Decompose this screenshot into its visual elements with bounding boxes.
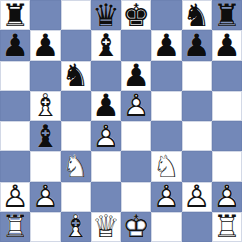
square-g2[interactable]: ♟♙ (182, 182, 212, 212)
piece-white-pawn: ♟♙ (212, 182, 242, 212)
piece-black-pawn: ♟ (151, 30, 181, 60)
black-knight-icon: ♞ (182, 0, 212, 30)
white-queen-icon: ♛ (91, 212, 121, 242)
square-a4[interactable] (0, 121, 30, 151)
square-a1[interactable]: ♜♖ (0, 212, 30, 242)
piece-white-pawn: ♟♙ (91, 121, 121, 151)
piece-black-rook: ♜ (0, 0, 30, 30)
white-knight-outline-icon: ♘ (61, 151, 91, 181)
square-a6[interactable] (0, 61, 30, 91)
piece-white-king: ♚♔ (121, 212, 151, 242)
square-d6[interactable] (91, 61, 121, 91)
square-h1[interactable]: ♜♖ (212, 212, 242, 242)
black-pawn-icon: ♟ (121, 61, 151, 91)
square-a7[interactable]: ♟ (0, 30, 30, 60)
square-c7[interactable] (61, 30, 91, 60)
white-rook-outline-icon: ♖ (0, 212, 30, 242)
black-pawn-icon: ♟ (30, 30, 60, 60)
white-pawn-icon: ♟ (212, 182, 242, 212)
square-g6[interactable] (182, 61, 212, 91)
white-king-icon: ♚ (121, 212, 151, 242)
square-b2[interactable]: ♟♙ (30, 182, 60, 212)
piece-white-bishop: ♝♗ (61, 212, 91, 242)
square-b7[interactable]: ♟ (30, 30, 60, 60)
black-pawn-icon: ♟ (182, 30, 212, 60)
piece-black-rook: ♜ (212, 0, 242, 30)
piece-white-pawn: ♟♙ (30, 182, 60, 212)
square-d7[interactable]: ♝ (91, 30, 121, 60)
piece-black-king: ♚ (121, 0, 151, 30)
square-b8[interactable] (30, 0, 60, 30)
chess-board: ♜♛♚♞♜♟♟♝♟♟♟♞♟♝♗♟♟♙♝♟♙♞♘♞♘♟♙♟♙♟♙♟♙♟♙♜♖♝♗♛… (0, 0, 242, 242)
black-pawn-icon: ♟ (91, 91, 121, 121)
white-bishop-outline-icon: ♗ (61, 212, 91, 242)
black-rook-icon: ♜ (0, 0, 30, 30)
piece-black-bishop: ♝ (91, 30, 121, 60)
square-h7[interactable]: ♟ (212, 30, 242, 60)
white-pawn-outline-icon: ♙ (30, 182, 60, 212)
square-g8[interactable]: ♞ (182, 0, 212, 30)
square-e3[interactable] (121, 151, 151, 181)
square-c5[interactable] (61, 91, 91, 121)
piece-black-pawn: ♟ (0, 30, 30, 60)
square-f3[interactable]: ♞♘ (151, 151, 181, 181)
piece-black-pawn: ♟ (30, 30, 60, 60)
square-f4[interactable] (151, 121, 181, 151)
piece-black-pawn: ♟ (91, 91, 121, 121)
square-g1[interactable] (182, 212, 212, 242)
square-d4[interactable]: ♟♙ (91, 121, 121, 151)
piece-black-knight: ♞ (61, 61, 91, 91)
square-b4[interactable]: ♝ (30, 121, 60, 151)
white-rook-outline-icon: ♖ (212, 212, 242, 242)
square-b5[interactable]: ♝♗ (30, 91, 60, 121)
piece-black-queen: ♛ (91, 0, 121, 30)
square-c8[interactable] (61, 0, 91, 30)
black-knight-icon: ♞ (61, 61, 91, 91)
piece-white-queen: ♛♕ (91, 212, 121, 242)
white-bishop-outline-icon: ♗ (30, 91, 60, 121)
piece-black-pawn: ♟ (121, 61, 151, 91)
square-d8[interactable]: ♛ (91, 0, 121, 30)
white-knight-outline-icon: ♘ (151, 151, 181, 181)
piece-white-rook: ♜♖ (0, 212, 30, 242)
square-c3[interactable]: ♞♘ (61, 151, 91, 181)
square-h3[interactable] (212, 151, 242, 181)
square-h8[interactable]: ♜ (212, 0, 242, 30)
piece-black-pawn: ♟ (182, 30, 212, 60)
square-g5[interactable] (182, 91, 212, 121)
square-e5[interactable]: ♟♙ (121, 91, 151, 121)
piece-black-knight: ♞ (182, 0, 212, 30)
square-e4[interactable] (121, 121, 151, 151)
white-pawn-icon: ♟ (121, 91, 151, 121)
square-g3[interactable] (182, 151, 212, 181)
white-king-outline-icon: ♔ (121, 212, 151, 242)
square-e2[interactable] (121, 182, 151, 212)
piece-white-knight: ♞♘ (151, 151, 181, 181)
square-d1[interactable]: ♛♕ (91, 212, 121, 242)
square-a8[interactable]: ♜ (0, 0, 30, 30)
square-h4[interactable] (212, 121, 242, 151)
square-f2[interactable]: ♟♙ (151, 182, 181, 212)
piece-white-pawn: ♟♙ (182, 182, 212, 212)
piece-black-pawn: ♟ (212, 30, 242, 60)
piece-white-pawn: ♟♙ (0, 182, 30, 212)
white-queen-outline-icon: ♕ (91, 212, 121, 242)
white-pawn-icon: ♟ (0, 182, 30, 212)
piece-white-knight: ♞♘ (61, 151, 91, 181)
square-f7[interactable]: ♟ (151, 30, 181, 60)
black-bishop-icon: ♝ (30, 121, 60, 151)
white-rook-icon: ♜ (0, 212, 30, 242)
white-bishop-icon: ♝ (61, 212, 91, 242)
square-h6[interactable] (212, 61, 242, 91)
black-king-icon: ♚ (121, 0, 151, 30)
square-c2[interactable] (61, 182, 91, 212)
black-pawn-icon: ♟ (0, 30, 30, 60)
square-c1[interactable]: ♝♗ (61, 212, 91, 242)
white-knight-icon: ♞ (61, 151, 91, 181)
white-pawn-outline-icon: ♙ (182, 182, 212, 212)
square-e6[interactable]: ♟ (121, 61, 151, 91)
square-e8[interactable]: ♚ (121, 0, 151, 30)
square-b3[interactable] (30, 151, 60, 181)
square-a3[interactable] (0, 151, 30, 181)
square-b1[interactable] (30, 212, 60, 242)
black-bishop-icon: ♝ (91, 30, 121, 60)
white-pawn-icon: ♟ (182, 182, 212, 212)
square-h2[interactable]: ♟♙ (212, 182, 242, 212)
piece-black-bishop: ♝ (30, 121, 60, 151)
white-bishop-icon: ♝ (30, 91, 60, 121)
white-knight-icon: ♞ (151, 151, 181, 181)
white-pawn-icon: ♟ (151, 182, 181, 212)
black-rook-icon: ♜ (212, 0, 242, 30)
white-pawn-icon: ♟ (30, 182, 60, 212)
piece-white-pawn: ♟♙ (151, 182, 181, 212)
square-d3[interactable] (91, 151, 121, 181)
white-pawn-outline-icon: ♙ (91, 121, 121, 151)
square-d2[interactable] (91, 182, 121, 212)
white-rook-icon: ♜ (212, 212, 242, 242)
square-c4[interactable] (61, 121, 91, 151)
square-c6[interactable]: ♞ (61, 61, 91, 91)
white-pawn-outline-icon: ♙ (212, 182, 242, 212)
square-a2[interactable]: ♟♙ (0, 182, 30, 212)
square-d5[interactable]: ♟ (91, 91, 121, 121)
square-b6[interactable] (30, 61, 60, 91)
white-pawn-outline-icon: ♙ (0, 182, 30, 212)
black-pawn-icon: ♟ (212, 30, 242, 60)
black-pawn-icon: ♟ (151, 30, 181, 60)
piece-white-rook: ♜♖ (212, 212, 242, 242)
square-e7[interactable] (121, 30, 151, 60)
white-pawn-outline-icon: ♙ (121, 91, 151, 121)
square-h5[interactable] (212, 91, 242, 121)
square-f5[interactable] (151, 91, 181, 121)
square-f8[interactable] (151, 0, 181, 30)
square-e1[interactable]: ♚♔ (121, 212, 151, 242)
piece-white-bishop: ♝♗ (30, 91, 60, 121)
piece-white-pawn: ♟♙ (121, 91, 151, 121)
square-f6[interactable] (151, 61, 181, 91)
white-pawn-outline-icon: ♙ (151, 182, 181, 212)
white-pawn-icon: ♟ (91, 121, 121, 151)
black-queen-icon: ♛ (91, 0, 121, 30)
square-g4[interactable] (182, 121, 212, 151)
square-f1[interactable] (151, 212, 181, 242)
square-a5[interactable] (0, 91, 30, 121)
square-g7[interactable]: ♟ (182, 30, 212, 60)
